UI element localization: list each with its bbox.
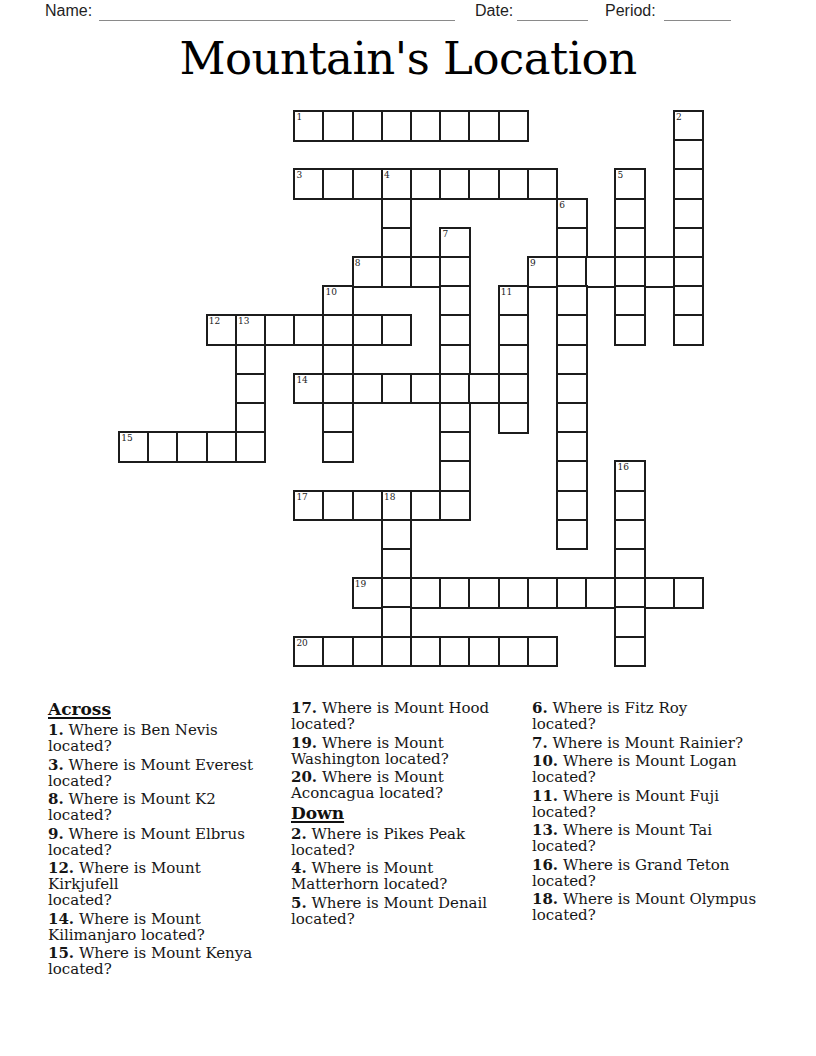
clue-number-1: 1	[296, 113, 302, 122]
grid-cell-r15c17[interactable]	[614, 548, 646, 580]
clue-number-11: 11	[501, 288, 512, 297]
down-clue-13: 13. Where is Mount Tai located?	[532, 822, 777, 854]
grid-cell-r0c12[interactable]	[468, 110, 500, 142]
grid-cell-r8c4[interactable]	[235, 344, 267, 376]
grid-cell-r3c9[interactable]	[381, 198, 413, 230]
grid-cell-r11c4[interactable]	[235, 431, 267, 463]
grid-cell-r16c14[interactable]	[527, 577, 559, 609]
clue-text: Where is Mount Denail located?	[291, 894, 487, 928]
grid-cell-r18c9[interactable]	[381, 636, 413, 668]
down-clue-5: 5. Where is Mount Denail located?	[291, 895, 519, 927]
grid-cell-r8c15[interactable]	[556, 344, 588, 376]
grid-cell-r2c7[interactable]	[322, 168, 354, 200]
grid-cell-r7c13[interactable]	[498, 314, 530, 346]
puzzle-title: Mountain's Location	[0, 30, 816, 88]
grid-cell-r8c7[interactable]	[322, 344, 354, 376]
grid-cell-r18c11[interactable]	[439, 636, 471, 668]
grid-cell-r16c11[interactable]	[439, 577, 471, 609]
down-clue-2: 2. Where is Pikes Peak located?	[291, 826, 519, 858]
across-clue-12: 12. Where is Mount Kirkjufell located?	[48, 860, 276, 908]
clue-text: Where is Mount Elbrus located?	[48, 825, 245, 859]
across-clue-20: 20. Where is Mount Aconcagua located?	[291, 769, 519, 801]
grid-cell-r16c9[interactable]	[381, 577, 413, 609]
grid-cell-r13c17[interactable]	[614, 490, 646, 522]
clue-number-17: 17	[296, 493, 307, 502]
grid-cell-r18c8[interactable]	[352, 636, 384, 668]
grid-cell-r7c17[interactable]	[614, 314, 646, 346]
grid-cell-r10c13[interactable]	[498, 402, 530, 434]
down-clue-4: 4. Where is Mount Matterhorn located?	[291, 860, 519, 892]
grid-cell-r2c12[interactable]	[468, 168, 500, 200]
grid-cell-r16c16[interactable]	[585, 577, 617, 609]
down-clue-6: 6. Where is Fitz Roy located?	[532, 700, 777, 732]
grid-cell-r2c14[interactable]	[527, 168, 559, 200]
grid-cell-r8c11[interactable]	[439, 344, 471, 376]
period-blank-line	[664, 0, 731, 21]
clue-number-16: 16	[618, 463, 629, 472]
grid-cell-r6c19[interactable]	[673, 285, 705, 317]
grid-cell-r11c1[interactable]	[147, 431, 179, 463]
grid-cell-r4c17[interactable]	[614, 227, 646, 259]
grid-cell-r11c7[interactable]	[322, 431, 354, 463]
grid-cell-r11c15[interactable]	[556, 431, 588, 463]
grid-cell-r2c11[interactable]	[439, 168, 471, 200]
grid-cell-r16c13[interactable]	[498, 577, 530, 609]
clue-text: Where is Fitz Roy located?	[532, 699, 687, 733]
grid-cell-r11c2[interactable]	[176, 431, 208, 463]
grid-cell-r18c14[interactable]	[527, 636, 559, 668]
grid-cell-r1c19[interactable]	[673, 139, 705, 171]
clue-number-6: 6	[559, 201, 565, 210]
grid-cell-r18c7[interactable]	[322, 636, 354, 668]
clue-number-15: 15	[121, 434, 132, 443]
grid-cell-r18c12[interactable]	[468, 636, 500, 668]
grid-cell-r18c13[interactable]	[498, 636, 530, 668]
crossword-worksheet: Name: Date: Period: Mountain's Location …	[0, 0, 816, 1056]
clue-column-1: Across1. Where is Ben Nevis located?3. W…	[48, 700, 276, 980]
grid-cell-r4c9[interactable]	[381, 227, 413, 259]
grid-cell-r7c19[interactable]	[673, 314, 705, 346]
clue-column-3: 6. Where is Fitz Roy located?7. Where is…	[532, 700, 777, 926]
grid-cell-r9c10[interactable]	[410, 373, 442, 405]
grid-cell-r13c15[interactable]	[556, 490, 588, 522]
clue-text: Where is Mount Rainier?	[552, 734, 742, 752]
grid-cell-r18c10[interactable]	[410, 636, 442, 668]
grid-cell-r17c17[interactable]	[614, 606, 646, 638]
clue-number-12: 12	[209, 317, 220, 326]
down-clue-11: 11. Where is Mount Fuji located?	[532, 788, 777, 820]
grid-cell-r9c7[interactable]	[322, 373, 354, 405]
clue-text: Where is Mount Olympus located?	[532, 890, 756, 924]
grid-cell-r5c11[interactable]	[439, 256, 471, 288]
grid-cell-r14c15[interactable]	[556, 519, 588, 551]
clue-text: Where is Mount Matterhorn located?	[291, 859, 447, 893]
clue-number-20: 20	[296, 639, 307, 648]
down-clue-10: 10. Where is Mount Logan located?	[532, 753, 777, 785]
clue-number-3: 3	[296, 171, 302, 180]
grid-cell-r16c17[interactable]	[614, 577, 646, 609]
grid-cell-r10c7[interactable]	[322, 402, 354, 434]
clue-text: Where is Pikes Peak located?	[291, 825, 465, 859]
grid-cell-r2c19[interactable]	[673, 168, 705, 200]
grid-cell-r5c9[interactable]	[381, 256, 413, 288]
down-clue-16: 16. Where is Grand Teton located?	[532, 857, 777, 889]
grid-cell-r0c11[interactable]	[439, 110, 471, 142]
grid-cell-r16c19[interactable]	[673, 577, 705, 609]
clue-text: Where is Grand Teton located?	[532, 856, 730, 890]
grid-cell-r6c15[interactable]	[556, 285, 588, 317]
grid-cell-r10c15[interactable]	[556, 402, 588, 434]
clue-number-8: 8	[355, 259, 361, 268]
grid-cell-r9c12[interactable]	[468, 373, 500, 405]
grid-cell-r13c7[interactable]	[322, 490, 354, 522]
grid-cell-r16c15[interactable]	[556, 577, 588, 609]
across-clue-1: 1. Where is Ben Nevis located?	[48, 722, 276, 754]
clue-number-10: 10	[326, 288, 337, 297]
grid-cell-r0c13[interactable]	[498, 110, 530, 142]
grid-cell-r13c10[interactable]	[410, 490, 442, 522]
grid-cell-r13c8[interactable]	[352, 490, 384, 522]
grid-cell-r7c7[interactable]	[322, 314, 354, 346]
grid-cell-r7c15[interactable]	[556, 314, 588, 346]
date-label: Date:	[475, 2, 513, 20]
clue-text: Where is Mount Kenya located?	[48, 944, 252, 978]
grid-cell-r0c10[interactable]	[410, 110, 442, 142]
across-clue-3: 3. Where is Mount Everest located?	[48, 757, 276, 789]
date-blank-line	[517, 0, 588, 21]
grid-cell-r9c11[interactable]	[439, 373, 471, 405]
grid-cell-r3c19[interactable]	[673, 198, 705, 230]
grid-cell-r10c11[interactable]	[439, 402, 471, 434]
grid-cell-r7c6[interactable]	[293, 314, 325, 346]
clue-text: Where is Mount Logan located?	[532, 752, 737, 786]
clue-number-7: 7	[442, 230, 448, 239]
grid-cell-r9c9[interactable]	[381, 373, 413, 405]
grid-cell-r11c11[interactable]	[439, 431, 471, 463]
across-clue-8: 8. Where is Mount K2 located?	[48, 791, 276, 823]
grid-cell-r2c10[interactable]	[410, 168, 442, 200]
clue-text: Where is Mount Hood located?	[291, 699, 489, 733]
grid-cell-r0c8[interactable]	[352, 110, 384, 142]
grid-cell-r5c17[interactable]	[614, 256, 646, 288]
name-blank-line	[99, 0, 455, 21]
clue-number-2: 2	[676, 113, 682, 122]
grid-cell-r2c8[interactable]	[352, 168, 384, 200]
across-clue-17: 17. Where is Mount Hood located?	[291, 700, 519, 732]
grid-cell-r0c9[interactable]	[381, 110, 413, 142]
down-heading: Down	[291, 804, 519, 822]
clue-text: Where is Ben Nevis located?	[48, 721, 218, 755]
grid-cell-r14c17[interactable]	[614, 519, 646, 551]
grid-cell-r12c15[interactable]	[556, 460, 588, 492]
clue-number-18: 18	[384, 493, 395, 502]
crossword-grid: 1234567891011121314151617181920	[118, 110, 704, 668]
clue-num-label: 7.	[532, 734, 548, 752]
clue-column-2: 17. Where is Mount Hood located?19. Wher…	[291, 700, 519, 929]
across-clue-9: 9. Where is Mount Elbrus located?	[48, 826, 276, 858]
grid-cell-r4c15[interactable]	[556, 227, 588, 259]
clue-number-9: 9	[530, 259, 536, 268]
name-label: Name:	[45, 2, 92, 20]
grid-cell-r6c11[interactable]	[439, 285, 471, 317]
grid-cell-r2c13[interactable]	[498, 168, 530, 200]
period-label: Period:	[605, 2, 656, 20]
grid-cell-r5c18[interactable]	[644, 256, 676, 288]
grid-cell-r9c8[interactable]	[352, 373, 384, 405]
down-clue-18: 18. Where is Mount Olympus located?	[532, 891, 777, 923]
grid-cell-r18c17[interactable]	[614, 636, 646, 668]
grid-cell-r12c11[interactable]	[439, 460, 471, 492]
clue-text: Where is Mount Tai located?	[532, 821, 712, 855]
grid-cell-r16c10[interactable]	[410, 577, 442, 609]
grid-cell-r8c13[interactable]	[498, 344, 530, 376]
grid-cell-r7c9[interactable]	[381, 314, 413, 346]
grid-cell-r0c7[interactable]	[322, 110, 354, 142]
across-clue-14: 14. Where is Mount Kilimanjaro located?	[48, 911, 276, 943]
grid-cell-r5c15[interactable]	[556, 256, 588, 288]
grid-cell-r5c10[interactable]	[410, 256, 442, 288]
grid-cell-r14c9[interactable]	[381, 519, 413, 551]
clue-text: Where is Mount K2 located?	[48, 790, 216, 824]
across-clue-15: 15. Where is Mount Kenya located?	[48, 945, 276, 977]
grid-cell-r11c3[interactable]	[206, 431, 238, 463]
grid-cell-r7c5[interactable]	[264, 314, 296, 346]
grid-cell-r9c13[interactable]	[498, 373, 530, 405]
grid-cell-r9c4[interactable]	[235, 373, 267, 405]
clue-number-19: 19	[355, 580, 366, 589]
grid-cell-r16c18[interactable]	[644, 577, 676, 609]
grid-cell-r3c17[interactable]	[614, 198, 646, 230]
clue-number-13: 13	[238, 317, 249, 326]
grid-cell-r5c16[interactable]	[585, 256, 617, 288]
grid-cell-r16c12[interactable]	[468, 577, 500, 609]
grid-cell-r4c19[interactable]	[673, 227, 705, 259]
grid-cell-r15c9[interactable]	[381, 548, 413, 580]
clue-text: Where is Mount Fuji located?	[532, 787, 719, 821]
grid-cell-r5c19[interactable]	[673, 256, 705, 288]
grid-cell-r13c11[interactable]	[439, 490, 471, 522]
clue-number-5: 5	[618, 171, 624, 180]
across-heading: Across	[48, 700, 276, 718]
grid-cell-r9c15[interactable]	[556, 373, 588, 405]
grid-cell-r6c17[interactable]	[614, 285, 646, 317]
clue-text: Where is Mount Everest located?	[48, 756, 253, 790]
grid-cell-r7c8[interactable]	[352, 314, 384, 346]
down-clue-7: 7. Where is Mount Rainier?	[532, 735, 777, 751]
across-clue-19: 19. Where is Mount Washington located?	[291, 735, 519, 767]
grid-cell-r7c11[interactable]	[439, 314, 471, 346]
clue-number-4: 4	[384, 171, 390, 180]
grid-cell-r17c9[interactable]	[381, 606, 413, 638]
clue-number-14: 14	[296, 376, 307, 385]
grid-cell-r10c4[interactable]	[235, 402, 267, 434]
